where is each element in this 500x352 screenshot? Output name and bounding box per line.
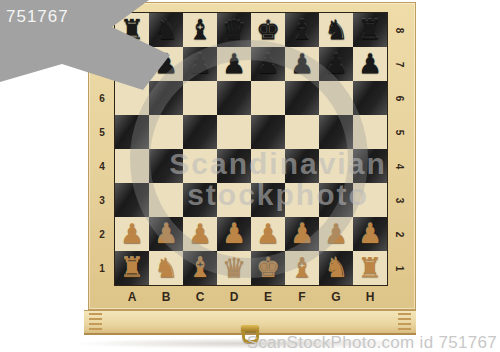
rank-label-right-7: 7 <box>387 47 413 81</box>
rank-label-5: 5 <box>89 115 115 149</box>
square-c8[interactable]: ♝ <box>183 13 217 47</box>
square-h8[interactable]: ♜ <box>353 13 387 47</box>
black-bishop-c8[interactable]: ♝ <box>183 13 217 47</box>
square-b8[interactable]: ♞ <box>149 13 183 47</box>
box-front-face <box>84 310 416 335</box>
white-pawn-a2[interactable]: ♟ <box>115 217 149 251</box>
square-a1[interactable]: ♜ <box>115 251 149 285</box>
frame-corner-top-right <box>387 3 413 13</box>
watermark-center-line1: Scandinavian <box>56 148 500 179</box>
file-label-D: D <box>217 285 251 309</box>
square-f8[interactable]: ♝ <box>285 13 319 47</box>
white-knight-g1[interactable]: ♞ <box>319 251 353 285</box>
black-knight-g8[interactable]: ♞ <box>319 13 353 47</box>
watermark-bottom-credit: ScanStockPhoto.com id 751767 <box>247 333 497 352</box>
file-label-H: H <box>353 285 387 309</box>
file-label-G: G <box>319 285 353 309</box>
rank-label-right-1: 1 <box>387 251 413 285</box>
dovetail-joints-right <box>398 313 411 330</box>
square-g1[interactable]: ♞ <box>319 251 353 285</box>
watermark-corner-id: 751767 <box>6 7 69 27</box>
rank-label-right-2: 2 <box>387 217 413 251</box>
file-label-B: B <box>149 285 183 309</box>
square-h2[interactable]: ♟ <box>353 217 387 251</box>
white-knight-b1[interactable]: ♞ <box>149 251 183 285</box>
file-label-E: E <box>251 285 285 309</box>
rank-label-6: 6 <box>89 81 115 115</box>
black-rook-h8[interactable]: ♜ <box>353 13 387 47</box>
frame-corner-bottom-left <box>89 285 115 309</box>
black-knight-b8[interactable]: ♞ <box>149 13 183 47</box>
stock-photo-canvas: Scandinavian stockphoto 87654321 ♜♞♝♛♚♝♞… <box>0 0 500 352</box>
square-g8[interactable]: ♞ <box>319 13 353 47</box>
square-b1[interactable]: ♞ <box>149 251 183 285</box>
file-label-F: F <box>285 285 319 309</box>
file-labels-bottom: ABCDEFGH <box>115 285 387 309</box>
dovetail-joints-left <box>89 313 102 330</box>
black-pawn-h7[interactable]: ♟ <box>353 47 387 81</box>
rank-label-right-8: 8 <box>387 13 413 47</box>
rank-label-right-5: 5 <box>387 115 413 149</box>
black-bishop-f8[interactable]: ♝ <box>285 13 319 47</box>
rank-label-1: 1 <box>89 251 115 285</box>
square-a2[interactable]: ♟ <box>115 217 149 251</box>
rank-label-2: 2 <box>89 217 115 251</box>
white-rook-a1[interactable]: ♜ <box>115 251 149 285</box>
white-rook-h1[interactable]: ♜ <box>353 251 387 285</box>
file-label-A: A <box>115 285 149 309</box>
frame-corner-bottom-right <box>387 285 413 309</box>
square-h7[interactable]: ♟ <box>353 47 387 81</box>
rank-label-right-6: 6 <box>387 81 413 115</box>
white-pawn-h2[interactable]: ♟ <box>353 217 387 251</box>
watermark-center-text: Scandinavian stockphoto <box>0 148 500 210</box>
square-h1[interactable]: ♜ <box>353 251 387 285</box>
square-h6[interactable] <box>353 81 387 115</box>
watermark-center-line2: stockphoto <box>56 179 500 210</box>
frame-edge-top <box>115 3 387 13</box>
file-label-C: C <box>183 285 217 309</box>
